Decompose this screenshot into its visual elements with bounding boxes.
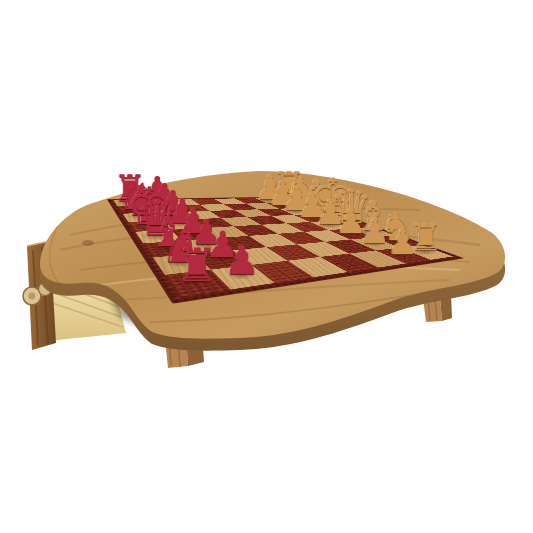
- piece[interactable]: ♟: [224, 241, 260, 281]
- pieces-layer: ♜♟♟♜♞♟♟♞♝♟♟♝♚♟♟♚♛♟♟♛♝♟♟♝♞♟♟♞♜♟♟♜: [0, 0, 533, 533]
- product-photo-stage: ♜♟♟♜♞♟♟♞♝♟♟♝♚♟♟♚♛♟♟♛♝♟♟♝♞♟♟♞♜♟♟♜: [0, 0, 533, 533]
- piece[interactable]: ♟: [359, 213, 390, 247]
- piece[interactable]: ♟: [387, 225, 418, 259]
- piece[interactable]: ♜: [176, 242, 217, 288]
